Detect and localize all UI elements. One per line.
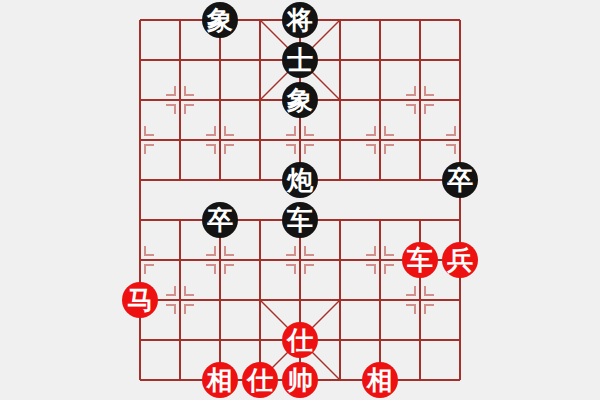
black-chariot[interactable]: 车 [282, 202, 318, 238]
red-advisor[interactable]: 仕 [282, 322, 318, 358]
red-advisor[interactable]: 仕 [242, 362, 278, 398]
piece-grid[interactable]: 象将士象炮卒卒车车兵马仕相仕帅相 [120, 0, 480, 400]
red-chariot[interactable]: 车 [402, 242, 438, 278]
black-elephant[interactable]: 象 [282, 82, 318, 118]
red-horse[interactable]: 马 [122, 282, 158, 318]
black-advisor[interactable]: 士 [282, 42, 318, 78]
red-elephant[interactable]: 相 [202, 362, 238, 398]
red-general[interactable]: 帅 [282, 362, 318, 398]
red-elephant[interactable]: 相 [362, 362, 398, 398]
red-soldier[interactable]: 兵 [442, 242, 478, 278]
black-elephant[interactable]: 象 [202, 2, 238, 38]
black-soldier[interactable]: 卒 [202, 202, 238, 238]
black-cannon[interactable]: 炮 [282, 162, 318, 198]
black-soldier[interactable]: 卒 [442, 162, 478, 198]
xiangqi-board[interactable]: 象将士象炮卒卒车车兵马仕相仕帅相 [0, 0, 600, 400]
black-general[interactable]: 将 [282, 2, 318, 38]
